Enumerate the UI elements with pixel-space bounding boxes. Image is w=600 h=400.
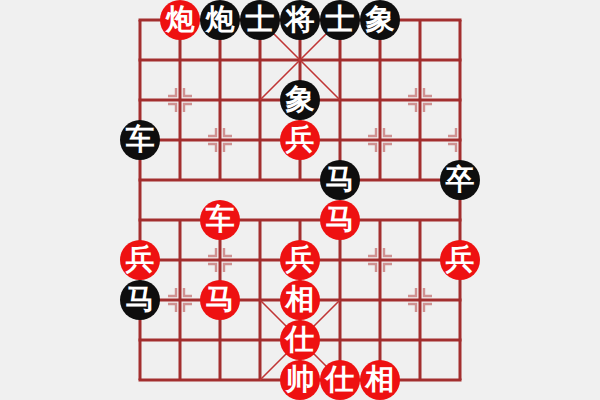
piece-black-elephant[interactable]: 象 (280, 80, 320, 120)
piece-red-soldier[interactable]: 兵 (120, 240, 160, 280)
piece-red-horse[interactable]: 马 (320, 200, 360, 240)
piece-glyph: 卒 (446, 165, 475, 194)
piece-black-elephant[interactable]: 象 (360, 0, 400, 40)
piece-glyph: 马 (326, 205, 355, 234)
piece-red-elephant[interactable]: 相 (280, 280, 320, 320)
piece-red-advisor[interactable]: 仕 (280, 320, 320, 360)
piece-glyph: 象 (366, 5, 395, 34)
piece-glyph: 车 (126, 125, 155, 154)
piece-glyph: 兵 (286, 245, 315, 274)
piece-glyph: 兵 (446, 245, 475, 274)
piece-red-general[interactable]: 帅 (280, 360, 320, 400)
piece-glyph: 炮 (206, 5, 235, 34)
piece-glyph: 士 (326, 5, 355, 34)
piece-red-soldier[interactable]: 兵 (280, 120, 320, 160)
piece-black-advisor[interactable]: 士 (240, 0, 280, 40)
piece-black-horse[interactable]: 马 (320, 160, 360, 200)
piece-red-elephant[interactable]: 相 (360, 360, 400, 400)
piece-glyph: 士 (246, 5, 275, 34)
piece-red-chariot[interactable]: 车 (200, 200, 240, 240)
piece-glyph: 仕 (286, 325, 315, 354)
piece-red-horse[interactable]: 马 (200, 280, 240, 320)
piece-black-soldier[interactable]: 卒 (440, 160, 480, 200)
piece-glyph: 马 (206, 285, 235, 314)
piece-glyph: 将 (286, 5, 315, 34)
piece-glyph: 帅 (286, 365, 315, 394)
piece-red-soldier[interactable]: 兵 (440, 240, 480, 280)
piece-glyph: 相 (286, 285, 315, 314)
xiangqi-board: 炮炮士将士象象车兵马卒车马兵兵兵马马相仕帅仕相 (0, 0, 600, 400)
piece-glyph: 兵 (286, 125, 315, 154)
piece-glyph: 车 (206, 205, 235, 234)
piece-glyph: 象 (286, 85, 315, 114)
piece-glyph: 兵 (126, 245, 155, 274)
piece-glyph: 相 (366, 365, 395, 394)
piece-glyph: 仕 (326, 365, 355, 394)
piece-glyph: 炮 (166, 5, 195, 34)
piece-red-cannon[interactable]: 炮 (160, 0, 200, 40)
piece-black-general[interactable]: 将 (280, 0, 320, 40)
piece-black-chariot[interactable]: 车 (120, 120, 160, 160)
piece-black-horse[interactable]: 马 (120, 280, 160, 320)
piece-glyph: 马 (126, 285, 155, 314)
piece-red-advisor[interactable]: 仕 (320, 360, 360, 400)
piece-glyph: 马 (326, 165, 355, 194)
piece-black-cannon[interactable]: 炮 (200, 0, 240, 40)
pieces-grid: 炮炮士将士象象车兵马卒车马兵兵兵马马相仕帅仕相 (120, 0, 480, 400)
piece-red-soldier[interactable]: 兵 (280, 240, 320, 280)
piece-black-advisor[interactable]: 士 (320, 0, 360, 40)
